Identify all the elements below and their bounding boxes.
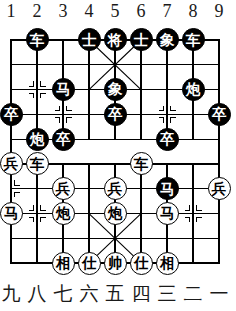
red-advisor[interactable]: 仕 (130, 252, 153, 275)
red-soldier[interactable]: 兵 (208, 177, 231, 200)
point-f2-r8[interactable] (24, 226, 50, 251)
file-label-top-4: 4 (76, 1, 102, 22)
red-horse[interactable]: 马 (0, 202, 23, 225)
file-label-bottom-3: 七 (50, 281, 76, 307)
point-f2-r7[interactable] (24, 201, 50, 226)
point-f7-r8[interactable] (154, 226, 180, 251)
black-advisor[interactable]: 士 (130, 28, 153, 51)
point-f8-r4[interactable] (180, 127, 206, 152)
black-general[interactable]: 将 (104, 28, 127, 51)
point-f5-r4[interactable] (102, 127, 128, 152)
black-cannon[interactable]: 炮 (26, 128, 49, 151)
point-f7-r7[interactable]: 马 (154, 201, 180, 226)
file-label-top-3: 3 (50, 1, 76, 22)
point-f7-r3[interactable] (154, 102, 180, 127)
point-f7-r2[interactable] (154, 77, 180, 102)
file-label-top-9: 9 (206, 1, 232, 22)
point-f4-r4[interactable] (76, 127, 102, 152)
red-soldier[interactable]: 兵 (104, 177, 127, 200)
point-f9-r0[interactable] (206, 28, 232, 53)
point-f8-r8[interactable] (180, 226, 206, 251)
point-f9-r9[interactable] (206, 251, 232, 276)
point-f7-r0[interactable]: 象 (154, 28, 180, 53)
point-f2-r1[interactable] (24, 52, 50, 77)
red-chariot[interactable]: 车 (26, 152, 49, 175)
black-elephant[interactable]: 象 (156, 28, 179, 51)
file-label-bottom-4: 六 (76, 281, 102, 307)
point-f8-r1[interactable] (180, 52, 206, 77)
file-label-bottom-5: 五 (102, 281, 128, 307)
black-soldier[interactable]: 卒 (208, 103, 231, 126)
file-label-bottom-2: 八 (24, 281, 50, 307)
point-f3-r2[interactable]: 马 (50, 77, 76, 102)
point-f9-r4[interactable] (206, 127, 232, 152)
point-f4-r2[interactable] (76, 77, 102, 102)
point-f2-r9[interactable] (24, 251, 50, 276)
point-f9-r2[interactable] (206, 77, 232, 102)
point-f5-r9[interactable]: 帅 (102, 251, 128, 276)
point-f1-r7[interactable]: 马 (0, 201, 24, 226)
point-f5-r8[interactable] (102, 226, 128, 251)
point-f6-r2[interactable] (128, 77, 154, 102)
point-f6-r5[interactable]: 车 (128, 152, 154, 177)
point-f6-r7[interactable] (128, 201, 154, 226)
black-horse[interactable]: 马 (52, 78, 75, 101)
point-f2-r0[interactable]: 车 (24, 28, 50, 53)
file-label-bottom-6: 四 (128, 281, 154, 307)
red-chariot[interactable]: 车 (130, 152, 153, 175)
point-f6-r6[interactable] (128, 176, 154, 201)
point-f5-r0[interactable]: 将 (102, 28, 128, 53)
file-label-top-1: 1 (0, 1, 24, 22)
point-f8-r9[interactable] (180, 251, 206, 276)
point-f5-r5[interactable] (102, 152, 128, 177)
point-f6-r4[interactable] (128, 127, 154, 152)
red-cannon[interactable]: 炮 (52, 202, 75, 225)
point-f9-r3[interactable]: 卒 (206, 102, 232, 127)
point-f1-r5[interactable]: 兵 (0, 152, 24, 177)
point-f3-r6[interactable]: 兵 (50, 176, 76, 201)
black-soldier[interactable]: 卒 (52, 128, 75, 151)
black-soldier[interactable]: 卒 (0, 103, 23, 126)
point-f7-r1[interactable] (154, 52, 180, 77)
file-label-top-6: 6 (128, 1, 154, 22)
point-f1-r8[interactable] (0, 226, 24, 251)
point-f8-r6[interactable] (180, 176, 206, 201)
file-label-bottom-7: 三 (154, 281, 180, 307)
point-f7-r4[interactable]: 卒 (154, 127, 180, 152)
point-f4-r0[interactable]: 士 (76, 28, 102, 53)
point-f4-r7[interactable] (76, 201, 102, 226)
point-f7-r5[interactable] (154, 152, 180, 177)
file-label-top-7: 7 (154, 1, 180, 22)
point-f3-r3[interactable] (50, 102, 76, 127)
point-f5-r1[interactable] (102, 52, 128, 77)
black-horse[interactable]: 马 (156, 177, 179, 200)
point-f1-r9[interactable] (0, 251, 24, 276)
point-f4-r3[interactable] (76, 102, 102, 127)
black-chariot[interactable]: 车 (182, 28, 205, 51)
red-elephant[interactable]: 相 (52, 252, 75, 275)
black-soldier[interactable]: 卒 (156, 128, 179, 151)
point-f6-r3[interactable] (128, 102, 154, 127)
point-f1-r1[interactable] (0, 52, 24, 77)
point-f3-r4[interactable]: 卒 (50, 127, 76, 152)
point-f5-r2[interactable]: 象 (102, 77, 128, 102)
point-f3-r0[interactable] (50, 28, 76, 53)
red-elephant[interactable]: 相 (156, 252, 179, 275)
point-f2-r5[interactable]: 车 (24, 152, 50, 177)
point-f4-r1[interactable] (76, 52, 102, 77)
point-f2-r4[interactable]: 炮 (24, 127, 50, 152)
point-f9-r6[interactable]: 兵 (206, 176, 232, 201)
point-f8-r5[interactable] (180, 152, 206, 177)
point-f3-r7[interactable]: 炮 (50, 201, 76, 226)
point-f6-r1[interactable] (128, 52, 154, 77)
file-label-top-2: 2 (24, 1, 50, 22)
file-label-bottom-1: 九 (0, 281, 24, 307)
point-f1-r6[interactable] (0, 176, 24, 201)
point-f9-r5[interactable] (206, 152, 232, 177)
point-f1-r2[interactable] (0, 77, 24, 102)
point-f5-r7[interactable]: 炮 (102, 201, 128, 226)
point-f3-r5[interactable] (50, 152, 76, 177)
point-f7-r9[interactable]: 相 (154, 251, 180, 276)
point-f8-r2[interactable]: 炮 (180, 77, 206, 102)
point-f5-r6[interactable]: 兵 (102, 176, 128, 201)
point-f9-r1[interactable] (206, 52, 232, 77)
file-label-bottom-8: 二 (180, 281, 206, 307)
point-f9-r7[interactable] (206, 201, 232, 226)
point-f6-r0[interactable]: 士 (128, 28, 154, 53)
point-f2-r6[interactable] (24, 176, 50, 201)
point-f4-r5[interactable] (76, 152, 102, 177)
point-f2-r3[interactable] (24, 102, 50, 127)
point-f3-r9[interactable]: 相 (50, 251, 76, 276)
black-soldier[interactable]: 卒 (104, 103, 127, 126)
red-soldier[interactable]: 兵 (52, 177, 75, 200)
red-advisor[interactable]: 仕 (78, 252, 101, 275)
file-label-bottom-9: 一 (206, 281, 232, 307)
red-soldier[interactable]: 兵 (0, 152, 23, 175)
xiangqi-board: 123456789 车士将士象车马象炮卒卒卒炮卒卒兵车车兵兵马兵马炮炮马相仕帅仕… (0, 0, 236, 311)
point-f6-r9[interactable]: 仕 (128, 251, 154, 276)
point-f8-r0[interactable]: 车 (180, 28, 206, 53)
point-f3-r8[interactable] (50, 226, 76, 251)
point-f3-r1[interactable] (50, 52, 76, 77)
file-label-top-5: 5 (102, 1, 128, 22)
black-cannon[interactable]: 炮 (182, 78, 205, 101)
point-f8-r3[interactable] (180, 102, 206, 127)
board-grid: 车士将士象车马象炮卒卒卒炮卒卒兵车车兵兵马兵马炮炮马相仕帅仕相 (0, 28, 232, 276)
point-f1-r4[interactable] (0, 127, 24, 152)
point-f1-r0[interactable] (0, 28, 24, 53)
black-advisor[interactable]: 士 (78, 28, 101, 51)
file-label-top-8: 8 (180, 1, 206, 22)
point-f4-r6[interactable] (76, 176, 102, 201)
point-f9-r8[interactable] (206, 226, 232, 251)
point-f6-r8[interactable] (128, 226, 154, 251)
black-elephant[interactable]: 象 (104, 78, 127, 101)
black-chariot[interactable]: 车 (26, 28, 49, 51)
point-f1-r3[interactable]: 卒 (0, 102, 24, 127)
red-cannon[interactable]: 炮 (104, 202, 127, 225)
point-f8-r7[interactable] (180, 201, 206, 226)
point-f2-r2[interactable] (24, 77, 50, 102)
point-f4-r9[interactable]: 仕 (76, 251, 102, 276)
red-general[interactable]: 帅 (104, 252, 127, 275)
point-f4-r8[interactable] (76, 226, 102, 251)
red-horse[interactable]: 马 (156, 202, 179, 225)
point-f7-r6[interactable]: 马 (154, 176, 180, 201)
point-f5-r3[interactable]: 卒 (102, 102, 128, 127)
